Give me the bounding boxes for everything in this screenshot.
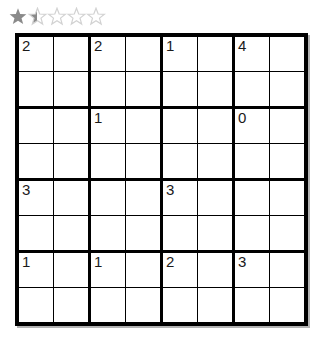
clue bbox=[126, 288, 160, 289]
cell-r6c3[interactable] bbox=[91, 216, 126, 253]
clue bbox=[198, 216, 232, 217]
cell-r4c1[interactable] bbox=[19, 144, 54, 181]
cell-r8c8[interactable] bbox=[270, 288, 304, 322]
star-4-empty-icon bbox=[68, 8, 85, 24]
cell-r7c1[interactable]: 1 bbox=[19, 253, 54, 288]
star-2-half-icon bbox=[29, 8, 46, 24]
clue bbox=[54, 253, 88, 254]
cell-r6c1[interactable] bbox=[19, 216, 54, 253]
clue bbox=[91, 288, 125, 289]
clue bbox=[126, 109, 160, 110]
cell-r1c7[interactable]: 4 bbox=[235, 37, 270, 72]
cell-r1c2[interactable] bbox=[54, 37, 91, 72]
clue bbox=[198, 37, 232, 38]
cell-r6c4[interactable] bbox=[126, 216, 163, 253]
cell-r1c3[interactable]: 2 bbox=[91, 37, 126, 72]
cell-r4c7[interactable] bbox=[235, 144, 270, 181]
cell-r3c3[interactable]: 1 bbox=[91, 109, 126, 144]
cell-r8c4[interactable] bbox=[126, 288, 163, 322]
clue bbox=[91, 72, 125, 73]
cell-r7c2[interactable] bbox=[54, 253, 91, 288]
cell-r1c1[interactable]: 2 bbox=[19, 37, 54, 72]
cell-r7c7[interactable]: 3 bbox=[235, 253, 270, 288]
cell-r5c8[interactable] bbox=[270, 181, 304, 216]
clue bbox=[198, 253, 232, 254]
clue: 3 bbox=[19, 181, 53, 198]
cell-r4c8[interactable] bbox=[270, 144, 304, 181]
clue bbox=[198, 72, 232, 73]
clue bbox=[126, 37, 160, 38]
clue bbox=[126, 181, 160, 182]
cell-r6c7[interactable] bbox=[235, 216, 270, 253]
cell-r7c6[interactable] bbox=[198, 253, 235, 288]
clue: 1 bbox=[91, 109, 125, 126]
clue bbox=[270, 288, 304, 289]
clue bbox=[91, 181, 125, 182]
cell-r2c3[interactable] bbox=[91, 72, 126, 109]
clue bbox=[163, 216, 197, 217]
clue bbox=[270, 216, 304, 217]
cell-r4c6[interactable] bbox=[198, 144, 235, 181]
clue: 2 bbox=[91, 37, 125, 54]
clue bbox=[126, 253, 160, 254]
cell-r3c2[interactable] bbox=[54, 109, 91, 144]
clue bbox=[198, 144, 232, 145]
clue bbox=[91, 216, 125, 217]
cell-r1c4[interactable] bbox=[126, 37, 163, 72]
star-5-empty-icon bbox=[88, 8, 105, 24]
cell-r7c8[interactable] bbox=[270, 253, 304, 288]
cell-r7c4[interactable] bbox=[126, 253, 163, 288]
clue bbox=[270, 253, 304, 254]
clue bbox=[126, 216, 160, 217]
cell-r4c5[interactable] bbox=[163, 144, 198, 181]
cell-r8c6[interactable] bbox=[198, 288, 235, 322]
puzzle-board: 221410331123 bbox=[15, 33, 308, 326]
clue bbox=[235, 181, 269, 182]
cell-r8c3[interactable] bbox=[91, 288, 126, 322]
clue bbox=[19, 72, 53, 73]
clue: 1 bbox=[91, 253, 125, 270]
clue bbox=[270, 181, 304, 182]
clue bbox=[235, 288, 269, 289]
cell-r8c5[interactable] bbox=[163, 288, 198, 322]
clue: 1 bbox=[163, 37, 197, 54]
clue bbox=[235, 144, 269, 145]
clue bbox=[163, 288, 197, 289]
clue bbox=[198, 288, 232, 289]
cell-r2c4[interactable] bbox=[126, 72, 163, 109]
cell-r5c4[interactable] bbox=[126, 181, 163, 216]
cell-r1c8[interactable] bbox=[270, 37, 304, 72]
cell-r2c5[interactable] bbox=[163, 72, 198, 109]
cell-r3c8[interactable] bbox=[270, 109, 304, 144]
cell-r5c1[interactable]: 3 bbox=[19, 181, 54, 216]
clue bbox=[54, 288, 88, 289]
cell-r7c3[interactable]: 1 bbox=[91, 253, 126, 288]
clue bbox=[54, 72, 88, 73]
cell-r5c6[interactable] bbox=[198, 181, 235, 216]
cell-r2c2[interactable] bbox=[54, 72, 91, 109]
clue bbox=[198, 109, 232, 110]
clue bbox=[270, 109, 304, 110]
cell-r2c7[interactable] bbox=[235, 72, 270, 109]
cell-r6c8[interactable] bbox=[270, 216, 304, 253]
star-rating-icons bbox=[8, 7, 106, 27]
clue bbox=[126, 72, 160, 73]
clue bbox=[54, 216, 88, 217]
cell-r3c7[interactable]: 0 bbox=[235, 109, 270, 144]
cell-r4c2[interactable] bbox=[54, 144, 91, 181]
clue bbox=[198, 181, 232, 182]
clue bbox=[163, 109, 197, 110]
cell-r1c6[interactable] bbox=[198, 37, 235, 72]
clue bbox=[126, 144, 160, 145]
clue: 1 bbox=[19, 253, 53, 270]
cell-r8c1[interactable] bbox=[19, 288, 54, 322]
clue bbox=[54, 144, 88, 145]
clue: 3 bbox=[235, 253, 269, 270]
clue bbox=[235, 216, 269, 217]
clue: 0 bbox=[235, 109, 269, 126]
clue bbox=[163, 72, 197, 73]
clue bbox=[163, 144, 197, 145]
clue bbox=[91, 144, 125, 145]
clue bbox=[54, 109, 88, 110]
star-1-filled-icon bbox=[10, 8, 27, 24]
cell-r1c5[interactable]: 1 bbox=[163, 37, 198, 72]
clue bbox=[270, 144, 304, 145]
cell-r2c1[interactable] bbox=[19, 72, 54, 109]
cell-r2c8[interactable] bbox=[270, 72, 304, 109]
clue bbox=[270, 72, 304, 73]
cell-r5c7[interactable] bbox=[235, 181, 270, 216]
cell-r5c5[interactable]: 3 bbox=[163, 181, 198, 216]
clue bbox=[19, 288, 53, 289]
clue bbox=[235, 72, 269, 73]
cell-r6c6[interactable] bbox=[198, 216, 235, 253]
cell-r6c2[interactable] bbox=[54, 216, 91, 253]
cell-r5c3[interactable] bbox=[91, 181, 126, 216]
cell-r4c4[interactable] bbox=[126, 144, 163, 181]
cell-r2c6[interactable] bbox=[198, 72, 235, 109]
cell-r6c5[interactable] bbox=[163, 216, 198, 253]
clue bbox=[19, 109, 53, 110]
cell-r4c3[interactable] bbox=[91, 144, 126, 181]
clue bbox=[54, 181, 88, 182]
star-3-empty-icon bbox=[49, 8, 66, 24]
cell-r3c4[interactable] bbox=[126, 109, 163, 144]
cell-r7c5[interactable]: 2 bbox=[163, 253, 198, 288]
cell-r5c2[interactable] bbox=[54, 181, 91, 216]
clue: 3 bbox=[163, 181, 197, 198]
clue: 2 bbox=[19, 37, 53, 54]
cell-r3c5[interactable] bbox=[163, 109, 198, 144]
clue bbox=[19, 144, 53, 145]
clue: 4 bbox=[235, 37, 269, 54]
difficulty-rating bbox=[8, 7, 106, 27]
clue: 2 bbox=[163, 253, 197, 270]
cell-r3c6[interactable] bbox=[198, 109, 235, 144]
cell-r8c7[interactable] bbox=[235, 288, 270, 322]
clue bbox=[54, 37, 88, 38]
clue bbox=[19, 216, 53, 217]
clue bbox=[270, 37, 304, 38]
cell-r3c1[interactable] bbox=[19, 109, 54, 144]
cell-r8c2[interactable] bbox=[54, 288, 91, 322]
